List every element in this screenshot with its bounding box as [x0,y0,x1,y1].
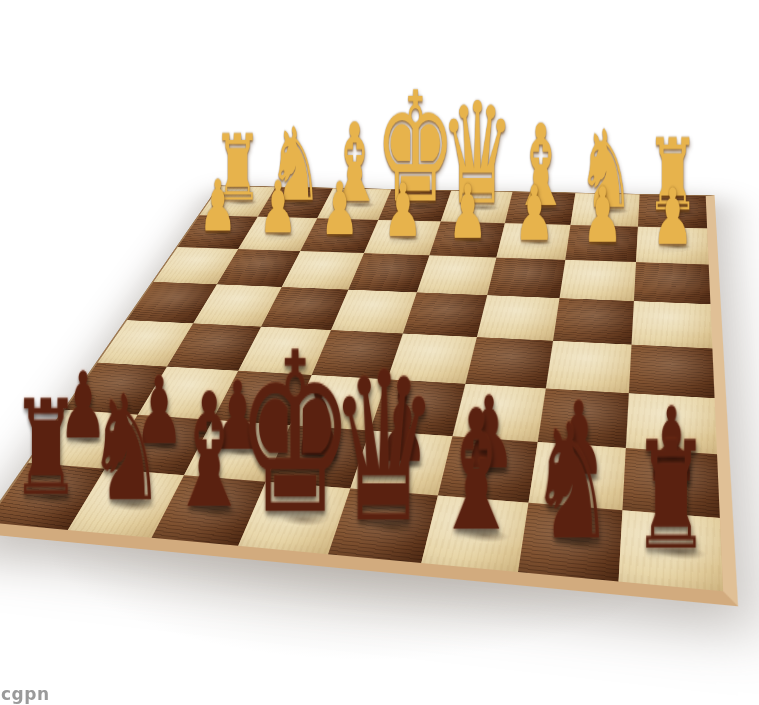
piece-black-knight: ♞ [529,403,614,563]
perspective-scene: ♜♞♝♚♛♝♞♜♟♟♟♟♟♟♟♟♟♟♟♟♟♟♟♟♜♞♝♚♛♝♞♜ [0,0,759,705]
square-d8: ♛ [328,488,438,562]
piece-black-bishop: ♝ [431,389,519,556]
piece-black-knight: ♞ [87,376,164,522]
square-c3 [487,257,565,298]
piece-white-pawn: ♟ [199,171,237,242]
square-a4 [632,301,713,348]
square-e2: ♟ [364,220,441,255]
piece-white-pawn: ♟ [383,174,422,248]
product-photo-stage: ♜♞♝♚♛♝♞♜♟♟♟♟♟♟♟♟♟♟♟♟♟♟♟♟♜♞♝♚♛♝♞♜ cgpn [0,0,759,705]
piece-black-queen: ♛ [329,346,438,552]
piece-white-pawn: ♟ [652,178,693,256]
square-c8: ♝ [421,495,528,572]
square-a2: ♟ [636,227,709,265]
piece-white-pawn: ♟ [582,177,623,254]
chess-board: ♜♞♝♚♛♝♞♜♟♟♟♟♟♟♟♟♟♟♟♟♟♟♟♟♜♞♝♚♛♝♞♜ [0,185,738,606]
piece-black-rook: ♜ [631,421,710,570]
square-a8: ♜ [619,510,723,591]
piece-white-pawn: ♟ [447,175,487,250]
piece-white-pawn: ♟ [258,172,296,244]
piece-black-rook: ♜ [11,382,81,513]
square-b8: ♞ [518,503,622,582]
square-b3 [560,260,637,301]
square-h4 [127,282,217,324]
camera-roll-wrapper: ♜♞♝♚♛♝♞♜♟♟♟♟♟♟♟♟♟♟♟♟♟♟♟♟♜♞♝♚♛♝♞♜ [0,0,759,705]
square-e3 [348,253,429,292]
square-c2: ♟ [496,223,570,259]
square-d2: ♟ [429,222,504,258]
piece-white-pawn: ♟ [320,173,359,246]
piece-white-pawn: ♟ [514,176,554,252]
square-f3 [282,251,364,290]
square-b2: ♟ [565,225,638,262]
square-b4 [553,298,634,344]
watermark: cgpn [1,684,50,704]
square-c4 [477,295,560,341]
square-a3 [634,262,711,304]
square-d3 [417,255,497,295]
